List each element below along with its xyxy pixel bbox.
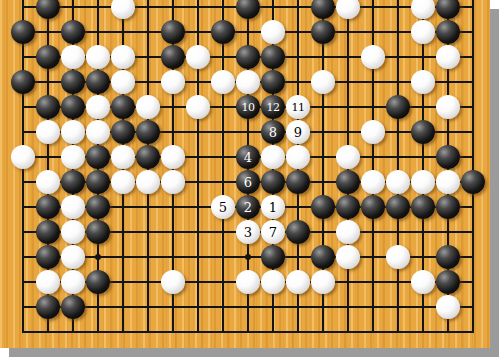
stone-black[interactable] bbox=[236, 45, 260, 69]
stone-black[interactable] bbox=[461, 170, 485, 194]
stone-white[interactable] bbox=[61, 220, 85, 244]
stone-white[interactable] bbox=[61, 245, 85, 269]
stone-black[interactable] bbox=[386, 95, 410, 119]
stone-white[interactable] bbox=[261, 270, 285, 294]
stone-black[interactable] bbox=[211, 20, 235, 44]
go-board[interactable]: 101211894652137 bbox=[0, 0, 490, 348]
stone-black[interactable] bbox=[36, 45, 60, 69]
stone-white[interactable] bbox=[36, 270, 60, 294]
stone-black[interactable] bbox=[261, 70, 285, 94]
stone-white[interactable] bbox=[286, 270, 310, 294]
stone-white[interactable] bbox=[136, 170, 160, 194]
stone-black[interactable] bbox=[61, 20, 85, 44]
stone-black[interactable] bbox=[86, 270, 110, 294]
stone-white[interactable] bbox=[261, 20, 285, 44]
move-8-stone[interactable]: 8 bbox=[261, 120, 285, 144]
stone-black[interactable] bbox=[336, 195, 360, 219]
stone-black[interactable] bbox=[436, 195, 460, 219]
stone-white[interactable] bbox=[261, 145, 285, 169]
stone-black[interactable] bbox=[261, 45, 285, 69]
move-6-stone[interactable]: 6 bbox=[236, 170, 260, 194]
move-2-stone[interactable]: 2 bbox=[236, 195, 260, 219]
stone-white[interactable] bbox=[186, 95, 210, 119]
stone-white[interactable] bbox=[111, 145, 135, 169]
stone-black[interactable] bbox=[161, 20, 185, 44]
move-3-stone[interactable]: 3 bbox=[236, 220, 260, 244]
move-number: 3 bbox=[244, 226, 252, 239]
move-9-stone[interactable]: 9 bbox=[286, 120, 310, 144]
stone-black[interactable] bbox=[261, 245, 285, 269]
stone-black[interactable] bbox=[111, 120, 135, 144]
move-number: 12 bbox=[267, 102, 280, 113]
stone-black[interactable] bbox=[86, 220, 110, 244]
stone-black[interactable] bbox=[36, 245, 60, 269]
stone-white[interactable] bbox=[336, 245, 360, 269]
move-12-stone[interactable]: 12 bbox=[261, 95, 285, 119]
stone-black[interactable] bbox=[411, 120, 435, 144]
stone-white[interactable] bbox=[311, 270, 335, 294]
stone-white[interactable] bbox=[286, 145, 310, 169]
stone-white[interactable] bbox=[336, 0, 360, 19]
stone-black[interactable] bbox=[136, 145, 160, 169]
stone-white[interactable] bbox=[111, 0, 135, 19]
stone-white[interactable] bbox=[161, 70, 185, 94]
stone-black[interactable] bbox=[61, 95, 85, 119]
move-7-stone[interactable]: 7 bbox=[261, 220, 285, 244]
stone-black[interactable] bbox=[11, 20, 35, 44]
stone-white[interactable] bbox=[11, 145, 35, 169]
stone-white[interactable] bbox=[61, 145, 85, 169]
stone-white[interactable] bbox=[436, 95, 460, 119]
stone-white[interactable] bbox=[61, 120, 85, 144]
stone-white[interactable] bbox=[336, 220, 360, 244]
stone-white[interactable] bbox=[411, 170, 435, 194]
move-number: 4 bbox=[244, 151, 252, 164]
stone-white[interactable] bbox=[411, 270, 435, 294]
stone-black[interactable] bbox=[436, 270, 460, 294]
stone-white[interactable] bbox=[111, 45, 135, 69]
move-1-stone[interactable]: 1 bbox=[261, 195, 285, 219]
stone-black[interactable] bbox=[436, 20, 460, 44]
stone-black[interactable] bbox=[311, 20, 335, 44]
stone-black[interactable] bbox=[36, 195, 60, 219]
stone-black[interactable] bbox=[436, 245, 460, 269]
stone-black[interactable] bbox=[336, 170, 360, 194]
stone-white[interactable] bbox=[411, 70, 435, 94]
stone-white[interactable] bbox=[411, 0, 435, 19]
stone-white[interactable] bbox=[386, 245, 410, 269]
stone-black[interactable] bbox=[436, 0, 460, 19]
stone-black[interactable] bbox=[436, 145, 460, 169]
stone-white[interactable] bbox=[86, 120, 110, 144]
move-number: 6 bbox=[244, 176, 252, 189]
move-number: 11 bbox=[292, 102, 305, 113]
move-number: 2 bbox=[244, 201, 252, 214]
stone-black[interactable] bbox=[311, 245, 335, 269]
stone-white[interactable] bbox=[111, 170, 135, 194]
stone-white[interactable] bbox=[161, 170, 185, 194]
stone-black[interactable] bbox=[11, 70, 35, 94]
stone-white[interactable] bbox=[211, 70, 235, 94]
stone-white[interactable] bbox=[161, 270, 185, 294]
stone-black[interactable] bbox=[361, 195, 385, 219]
page-background: 101211894652137 bbox=[0, 0, 500, 360]
stone-black[interactable] bbox=[236, 0, 260, 19]
stone-white[interactable] bbox=[136, 95, 160, 119]
stone-black[interactable] bbox=[61, 70, 85, 94]
stone-white[interactable] bbox=[236, 270, 260, 294]
stone-black[interactable] bbox=[86, 145, 110, 169]
move-number: 10 bbox=[242, 102, 255, 113]
move-11-stone[interactable]: 11 bbox=[286, 95, 310, 119]
stone-black[interactable] bbox=[286, 220, 310, 244]
stone-black[interactable] bbox=[136, 120, 160, 144]
move-4-stone[interactable]: 4 bbox=[236, 145, 260, 169]
stone-white[interactable] bbox=[61, 270, 85, 294]
stone-black[interactable] bbox=[36, 0, 60, 19]
stone-black[interactable] bbox=[36, 220, 60, 244]
stone-white[interactable] bbox=[436, 295, 460, 319]
stone-white[interactable] bbox=[436, 45, 460, 69]
stone-white[interactable] bbox=[311, 70, 335, 94]
stone-white[interactable] bbox=[86, 45, 110, 69]
stone-white[interactable] bbox=[361, 120, 385, 144]
stone-white[interactable] bbox=[386, 170, 410, 194]
stone-black[interactable] bbox=[111, 95, 135, 119]
stone-white[interactable] bbox=[336, 145, 360, 169]
stone-black[interactable] bbox=[261, 170, 285, 194]
stones-grid: 101211894652137 bbox=[11, 0, 486, 345]
stone-white[interactable] bbox=[61, 195, 85, 219]
stone-white[interactable] bbox=[236, 70, 260, 94]
stone-white[interactable] bbox=[61, 45, 85, 69]
move-10-stone[interactable]: 10 bbox=[236, 95, 260, 119]
stone-black[interactable] bbox=[311, 195, 335, 219]
stone-white[interactable] bbox=[361, 45, 385, 69]
move-number: 5 bbox=[219, 201, 227, 214]
move-5-stone[interactable]: 5 bbox=[211, 195, 235, 219]
stone-black[interactable] bbox=[411, 195, 435, 219]
stone-black[interactable] bbox=[286, 170, 310, 194]
stone-white[interactable] bbox=[161, 145, 185, 169]
stone-white[interactable] bbox=[186, 45, 210, 69]
stone-black[interactable] bbox=[61, 295, 85, 319]
stone-black[interactable] bbox=[386, 195, 410, 219]
stone-black[interactable] bbox=[36, 95, 60, 119]
stone-black[interactable] bbox=[61, 170, 85, 194]
move-number: 9 bbox=[294, 126, 302, 139]
stone-black[interactable] bbox=[86, 170, 110, 194]
stone-black[interactable] bbox=[86, 70, 110, 94]
stone-white[interactable] bbox=[411, 20, 435, 44]
stone-white[interactable] bbox=[36, 120, 60, 144]
stone-white[interactable] bbox=[111, 70, 135, 94]
move-number: 7 bbox=[269, 226, 277, 239]
stone-black[interactable] bbox=[86, 195, 110, 219]
move-number: 8 bbox=[269, 126, 277, 139]
move-number: 1 bbox=[269, 201, 277, 214]
stone-white[interactable] bbox=[436, 170, 460, 194]
stone-black[interactable] bbox=[36, 295, 60, 319]
stone-black[interactable] bbox=[161, 45, 185, 69]
stone-white[interactable] bbox=[86, 95, 110, 119]
stone-white[interactable] bbox=[36, 170, 60, 194]
stone-white[interactable] bbox=[361, 170, 385, 194]
stone-black[interactable] bbox=[311, 0, 335, 19]
